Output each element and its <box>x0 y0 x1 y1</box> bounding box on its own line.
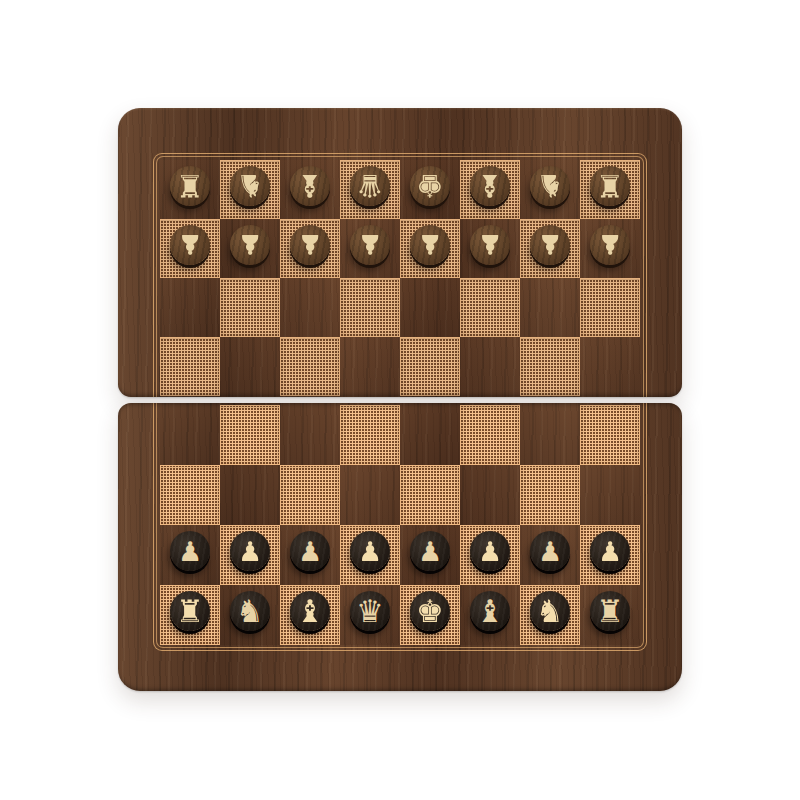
square-f5[interactable] <box>460 337 520 396</box>
rook-glyph: ♜ <box>596 170 624 201</box>
pawn-glyph: ♟ <box>478 231 502 258</box>
square-e2[interactable]: ♟ <box>400 525 460 585</box>
square-b3[interactable] <box>220 465 280 525</box>
pawn-glyph: ♟ <box>178 538 202 565</box>
piece-black-pawn-b2[interactable]: ♟ <box>230 531 270 571</box>
piece-walnut-pawn-a7[interactable]: ♟ <box>170 225 210 265</box>
square-e7[interactable]: ♟ <box>400 219 460 278</box>
king-glyph: ♚ <box>416 170 444 201</box>
square-g6[interactable] <box>520 278 580 337</box>
square-g4[interactable] <box>520 405 580 465</box>
piece-black-pawn-c2[interactable]: ♟ <box>290 531 330 571</box>
square-f4[interactable] <box>460 405 520 465</box>
square-d4[interactable] <box>340 405 400 465</box>
piece-black-king-e1[interactable]: ♚ <box>410 591 450 631</box>
square-e4[interactable] <box>400 405 460 465</box>
square-d2[interactable]: ♟ <box>340 525 400 585</box>
square-c2[interactable]: ♟ <box>280 525 340 585</box>
square-a6[interactable] <box>160 278 220 337</box>
square-b8[interactable]: ♞ <box>220 160 280 219</box>
piece-walnut-knight-b8[interactable]: ♞ <box>230 166 270 206</box>
square-a5[interactable] <box>160 337 220 396</box>
bishop-glyph: ♝ <box>476 170 504 201</box>
square-a7[interactable]: ♟ <box>160 219 220 278</box>
square-f2[interactable]: ♟ <box>460 525 520 585</box>
rook-glyph: ♜ <box>596 596 624 627</box>
square-h6[interactable] <box>580 278 640 337</box>
square-d8[interactable]: ♛ <box>340 160 400 219</box>
square-f7[interactable]: ♟ <box>460 219 520 278</box>
square-d6[interactable] <box>340 278 400 337</box>
square-c5[interactable] <box>280 337 340 396</box>
piece-walnut-pawn-c7[interactable]: ♟ <box>290 225 330 265</box>
knight-glyph: ♞ <box>536 596 564 627</box>
pawn-glyph: ♟ <box>418 538 442 565</box>
square-b6[interactable] <box>220 278 280 337</box>
square-d5[interactable] <box>340 337 400 396</box>
queen-glyph: ♛ <box>356 170 384 201</box>
piece-walnut-pawn-h7[interactable]: ♟ <box>590 225 630 265</box>
square-e8[interactable]: ♚ <box>400 160 460 219</box>
pawn-glyph: ♟ <box>418 231 442 258</box>
square-h4[interactable] <box>580 405 640 465</box>
bishop-glyph: ♝ <box>296 170 324 201</box>
piece-black-pawn-g2[interactable]: ♟ <box>530 531 570 571</box>
square-g8[interactable]: ♞ <box>520 160 580 219</box>
piece-walnut-bishop-c8[interactable]: ♝ <box>290 166 330 206</box>
square-b2[interactable]: ♟ <box>220 525 280 585</box>
square-c1[interactable]: ♝ <box>280 585 340 645</box>
square-g1[interactable]: ♞ <box>520 585 580 645</box>
square-e1[interactable]: ♚ <box>400 585 460 645</box>
square-g3[interactable] <box>520 465 580 525</box>
piece-black-pawn-a2[interactable]: ♟ <box>170 531 210 571</box>
piece-walnut-bishop-f8[interactable]: ♝ <box>470 166 510 206</box>
piece-walnut-rook-h8[interactable]: ♜ <box>590 166 630 206</box>
pawn-glyph: ♟ <box>238 538 262 565</box>
square-h7[interactable]: ♟ <box>580 219 640 278</box>
piece-walnut-pawn-g7[interactable]: ♟ <box>530 225 570 265</box>
pawn-glyph: ♟ <box>478 538 502 565</box>
piece-black-pawn-f2[interactable]: ♟ <box>470 531 510 571</box>
knight-glyph: ♞ <box>236 596 264 627</box>
square-a2[interactable]: ♟ <box>160 525 220 585</box>
pawn-glyph: ♟ <box>598 231 622 258</box>
piece-walnut-pawn-b7[interactable]: ♟ <box>230 225 270 265</box>
piece-walnut-king-e8[interactable]: ♚ <box>410 166 450 206</box>
piece-walnut-pawn-e7[interactable]: ♟ <box>410 225 450 265</box>
piece-black-knight-g1[interactable]: ♞ <box>530 591 570 631</box>
piece-black-queen-d1[interactable]: ♛ <box>350 591 390 631</box>
square-c4[interactable] <box>280 405 340 465</box>
square-b4[interactable] <box>220 405 280 465</box>
square-a4[interactable] <box>160 405 220 465</box>
square-g5[interactable] <box>520 337 580 396</box>
queen-glyph: ♛ <box>356 596 384 627</box>
piece-black-rook-h1[interactable]: ♜ <box>590 591 630 631</box>
square-g7[interactable]: ♟ <box>520 219 580 278</box>
piece-black-knight-b1[interactable]: ♞ <box>230 591 270 631</box>
square-b1[interactable]: ♞ <box>220 585 280 645</box>
pawn-glyph: ♟ <box>298 231 322 258</box>
piece-black-rook-a1[interactable]: ♜ <box>170 591 210 631</box>
square-f8[interactable]: ♝ <box>460 160 520 219</box>
board-bottom-half: ♟♟♟♟♟♟♟♟♜♞♝♛♚♝♞♜ <box>118 403 682 691</box>
board-photo: ♜♞♝♛♚♝♞♜♟♟♟♟♟♟♟♟ ♟♟♟♟♟♟♟♟♜♞♝♛♚♝♞♜ <box>0 0 800 800</box>
piece-walnut-knight-g8[interactable]: ♞ <box>530 166 570 206</box>
knight-glyph: ♞ <box>536 170 564 201</box>
square-c3[interactable] <box>280 465 340 525</box>
king-glyph: ♚ <box>416 596 444 627</box>
square-c8[interactable]: ♝ <box>280 160 340 219</box>
rook-glyph: ♜ <box>176 596 204 627</box>
square-h5[interactable] <box>580 337 640 396</box>
pawn-glyph: ♟ <box>178 231 202 258</box>
square-a3[interactable] <box>160 465 220 525</box>
piece-black-bishop-c1[interactable]: ♝ <box>290 591 330 631</box>
pawn-glyph: ♟ <box>538 231 562 258</box>
piece-black-pawn-h2[interactable]: ♟ <box>590 531 630 571</box>
piece-walnut-pawn-d7[interactable]: ♟ <box>350 225 390 265</box>
square-f1[interactable]: ♝ <box>460 585 520 645</box>
board-top-half: ♜♞♝♛♚♝♞♜♟♟♟♟♟♟♟♟ <box>118 108 682 397</box>
piece-black-pawn-d2[interactable]: ♟ <box>350 531 390 571</box>
bishop-glyph: ♝ <box>476 596 504 627</box>
pawn-glyph: ♟ <box>358 538 382 565</box>
square-a1[interactable]: ♜ <box>160 585 220 645</box>
square-h2[interactable]: ♟ <box>580 525 640 585</box>
square-b5[interactable] <box>220 337 280 396</box>
square-a8[interactable]: ♜ <box>160 160 220 219</box>
square-d1[interactable]: ♛ <box>340 585 400 645</box>
piece-walnut-pawn-f7[interactable]: ♟ <box>470 225 510 265</box>
square-h8[interactable]: ♜ <box>580 160 640 219</box>
square-d7[interactable]: ♟ <box>340 219 400 278</box>
pawn-glyph: ♟ <box>358 231 382 258</box>
square-e3[interactable] <box>400 465 460 525</box>
square-c7[interactable]: ♟ <box>280 219 340 278</box>
square-f3[interactable] <box>460 465 520 525</box>
pawn-glyph: ♟ <box>298 538 322 565</box>
playing-grid-bottom: ♟♟♟♟♟♟♟♟♜♞♝♛♚♝♞♜ <box>160 405 640 645</box>
square-e5[interactable] <box>400 337 460 396</box>
pawn-glyph: ♟ <box>598 538 622 565</box>
square-f6[interactable] <box>460 278 520 337</box>
piece-black-bishop-f1[interactable]: ♝ <box>470 591 510 631</box>
square-d3[interactable] <box>340 465 400 525</box>
knight-glyph: ♞ <box>236 170 264 201</box>
piece-walnut-rook-a8[interactable]: ♜ <box>170 166 210 206</box>
rook-glyph: ♜ <box>176 170 204 201</box>
piece-walnut-queen-d8[interactable]: ♛ <box>350 166 390 206</box>
square-b7[interactable]: ♟ <box>220 219 280 278</box>
square-e6[interactable] <box>400 278 460 337</box>
pawn-glyph: ♟ <box>238 231 262 258</box>
square-h1[interactable]: ♜ <box>580 585 640 645</box>
playing-grid-top: ♜♞♝♛♚♝♞♜♟♟♟♟♟♟♟♟ <box>160 160 640 396</box>
square-h3[interactable] <box>580 465 640 525</box>
square-c6[interactable] <box>280 278 340 337</box>
bishop-glyph: ♝ <box>296 596 324 627</box>
piece-black-pawn-e2[interactable]: ♟ <box>410 531 450 571</box>
square-g2[interactable]: ♟ <box>520 525 580 585</box>
pawn-glyph: ♟ <box>538 538 562 565</box>
